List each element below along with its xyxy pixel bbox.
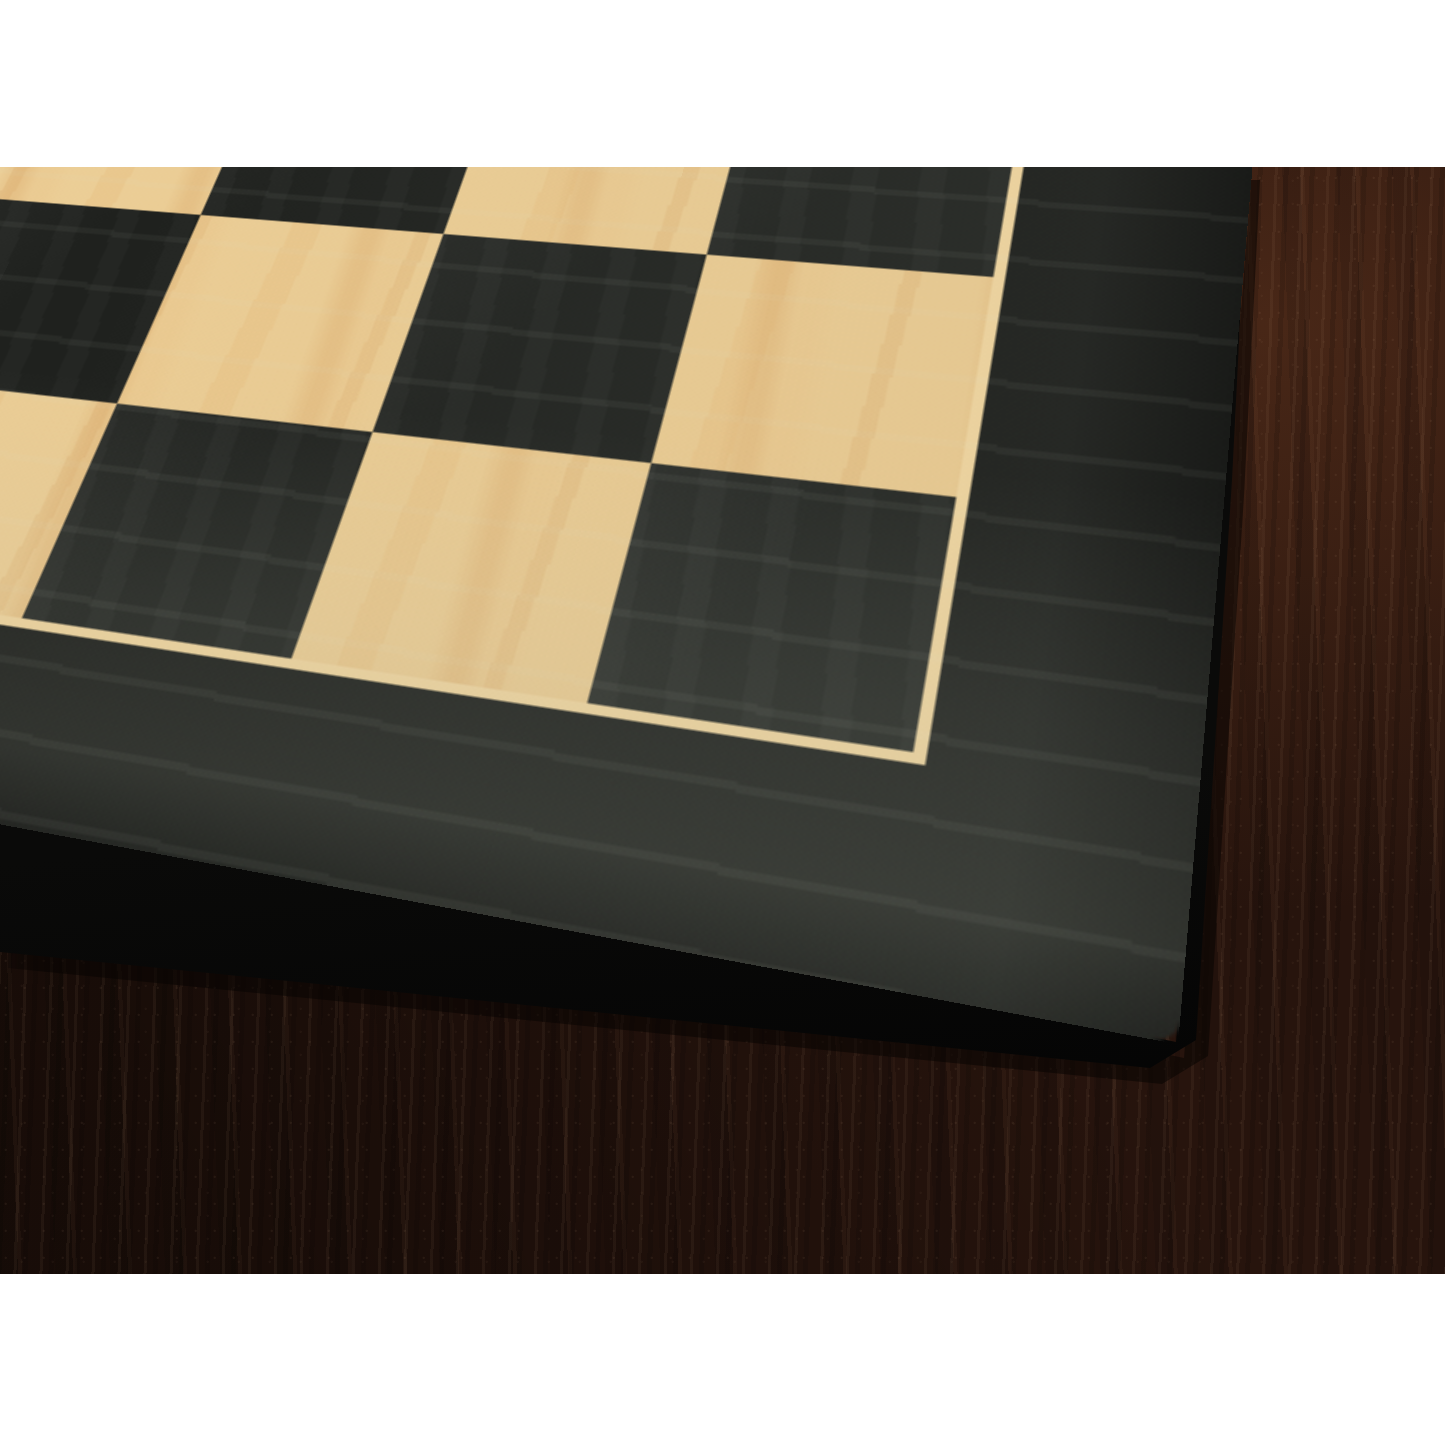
board-cell [651, 255, 993, 497]
board-cell [587, 463, 956, 752]
photo-scene [0, 0, 1445, 1445]
photo-white-margin-top [0, 0, 1445, 167]
photo-white-margin-bottom [0, 1274, 1445, 1445]
